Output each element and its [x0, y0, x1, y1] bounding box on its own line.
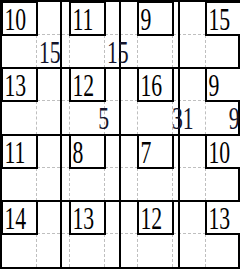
clue-box-r3c1: 13	[1, 67, 38, 102]
entry-r4c3[interactable]: 5	[70, 101, 138, 134]
clue-box-r1c7: 15	[205, 1, 240, 36]
clue-value: 11	[3, 137, 25, 168]
entry-value: 15	[39, 37, 61, 68]
clue-value: 8	[71, 137, 83, 168]
cell-r6c1[interactable]	[2, 168, 37, 201]
board: 1011915131216911871014131213151553195025	[0, 0, 240, 269]
clue-value: 9	[139, 4, 151, 35]
clue-box-r3c5: 16	[137, 67, 174, 102]
cell-r7c2[interactable]	[37, 201, 70, 234]
clue-box-r1c5: 9	[137, 1, 174, 36]
cell-r2c1[interactable]	[2, 35, 37, 68]
cell-r3c4[interactable]	[105, 68, 138, 101]
clue-box-r5c5: 7	[137, 134, 174, 169]
clue-value: 13	[71, 203, 94, 234]
clue-box-r7c3: 13	[69, 200, 106, 235]
clue-value: 11	[71, 4, 93, 35]
cell-r5c2[interactable]	[37, 135, 70, 168]
clue-box-r1c3: 11	[69, 1, 106, 36]
clue-box-r3c3: 12	[69, 67, 106, 102]
clue-box-r5c7: 10	[205, 134, 240, 169]
clue-value: 7	[139, 137, 151, 168]
entry-value: 9	[228, 103, 239, 134]
clue-value: 12	[139, 203, 162, 234]
cell-r7c4[interactable]	[105, 201, 138, 234]
cell-r4c2[interactable]	[37, 101, 70, 134]
clue-box-r7c5: 12	[137, 200, 174, 235]
entry-r4c7[interactable]: 9	[206, 101, 240, 134]
cell-r4c5[interactable]	[138, 101, 173, 134]
cell-r1c4[interactable]	[105, 2, 138, 35]
cell-r2c7[interactable]	[206, 35, 240, 68]
clue-box-r5c1: 11	[1, 134, 38, 169]
clue-value: 13	[207, 203, 230, 234]
cell-r5c4[interactable]	[105, 135, 138, 168]
clue-value: 14	[3, 203, 26, 234]
cell-r6c4[interactable]	[105, 168, 138, 201]
clue-box-r1c1: 10	[1, 1, 38, 36]
cell-r6c3[interactable]	[70, 168, 105, 201]
cell-r4c1[interactable]	[2, 101, 37, 134]
clue-value: 12	[71, 70, 94, 101]
cell-r8c7[interactable]	[206, 234, 240, 267]
clue-value: 10	[207, 137, 230, 168]
entry-value: 31	[172, 103, 194, 134]
cell-r8c4[interactable]	[105, 234, 138, 267]
entry-value: 25	[239, 236, 240, 267]
clue-box-r3c7: 9	[205, 67, 240, 102]
entry-r2c2[interactable]: 15	[37, 35, 70, 68]
entry-r2c4[interactable]: 15	[105, 35, 138, 68]
cell-r6c7[interactable]	[206, 168, 240, 201]
clue-value: 16	[139, 70, 162, 101]
clue-box-r7c1: 14	[1, 200, 38, 235]
entry-r4c6[interactable]: 31	[173, 101, 206, 134]
clue-box-r5c3: 8	[69, 134, 106, 169]
cell-r8c5[interactable]	[138, 234, 173, 267]
cell-r8c2[interactable]	[37, 234, 70, 267]
clue-value: 15	[207, 4, 230, 35]
entry-value: 5	[99, 103, 110, 134]
cell-r6c2[interactable]	[37, 168, 70, 201]
entry-value: 15	[107, 37, 129, 68]
cell-r8c1[interactable]	[2, 234, 37, 267]
cell-r2c5[interactable]	[138, 35, 173, 68]
clue-box-r7c7: 13	[205, 200, 240, 235]
cell-r6c5[interactable]	[138, 168, 173, 201]
cell-r8c3[interactable]	[70, 234, 105, 267]
clue-value: 13	[3, 70, 26, 101]
cell-r2c3[interactable]	[70, 35, 105, 68]
clue-value: 9	[207, 70, 219, 101]
cell-r3c2[interactable]	[37, 68, 70, 101]
cell-r1c2[interactable]	[37, 2, 70, 35]
clue-value: 10	[3, 4, 26, 35]
